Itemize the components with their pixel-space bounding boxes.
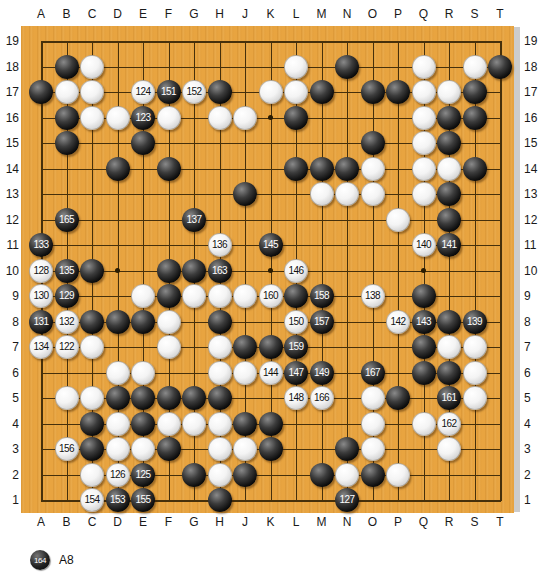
column-label: S xyxy=(465,7,485,21)
black-stone xyxy=(259,437,283,461)
column-label: D xyxy=(108,515,128,529)
column-label: S xyxy=(465,515,485,529)
black-stone: 149 xyxy=(310,361,334,385)
white-stone xyxy=(106,437,130,461)
white-stone xyxy=(157,412,181,436)
black-stone: 141 xyxy=(437,233,461,257)
white-stone xyxy=(208,284,232,308)
row-label-left: 5 xyxy=(1,391,19,405)
white-stone xyxy=(463,361,487,385)
row-label-right: 5 xyxy=(524,391,542,405)
white-stone xyxy=(412,182,436,206)
column-label: K xyxy=(261,7,281,21)
white-stone xyxy=(131,437,155,461)
white-stone xyxy=(80,463,104,487)
white-stone xyxy=(182,412,206,436)
row-label-left: 2 xyxy=(1,468,19,482)
black-stone: 137 xyxy=(182,208,206,232)
row-label-left: 17 xyxy=(1,85,19,99)
black-stone xyxy=(284,157,308,181)
white-stone xyxy=(284,80,308,104)
black-stone xyxy=(80,259,104,283)
black-stone: 151 xyxy=(157,80,181,104)
black-stone: 135 xyxy=(55,259,79,283)
row-label-left: 7 xyxy=(1,340,19,354)
white-stone xyxy=(463,55,487,79)
column-label: N xyxy=(337,515,357,529)
white-stone xyxy=(80,55,104,79)
black-stone xyxy=(131,131,155,155)
black-stone xyxy=(386,80,410,104)
column-label: J xyxy=(235,7,255,21)
column-label: O xyxy=(363,515,383,529)
black-stone xyxy=(437,310,461,334)
black-stone: 133 xyxy=(29,233,53,257)
row-label-right: 7 xyxy=(524,340,542,354)
go-game-diagram: 1241511521231651371331361451401411281351… xyxy=(0,0,550,582)
row-label-right: 12 xyxy=(524,213,542,227)
black-stone: 159 xyxy=(284,335,308,359)
column-label: Q xyxy=(414,515,434,529)
black-stone xyxy=(233,463,257,487)
column-label: P xyxy=(388,7,408,21)
white-stone: 122 xyxy=(55,335,79,359)
white-stone xyxy=(259,80,283,104)
grid-line-vertical xyxy=(398,41,399,501)
white-stone: 154 xyxy=(80,488,104,512)
black-stone xyxy=(157,386,181,410)
white-stone xyxy=(412,55,436,79)
white-stone xyxy=(386,463,410,487)
black-stone: 127 xyxy=(335,488,359,512)
white-stone xyxy=(412,412,436,436)
black-stone xyxy=(233,412,257,436)
grid-line-vertical xyxy=(500,41,502,501)
white-stone xyxy=(437,80,461,104)
white-stone: 128 xyxy=(29,259,53,283)
black-stone xyxy=(259,335,283,359)
black-stone xyxy=(412,335,436,359)
row-label-right: 15 xyxy=(524,136,542,150)
black-stone xyxy=(80,412,104,436)
column-label: B xyxy=(57,515,77,529)
black-stone xyxy=(361,463,385,487)
row-label-left: 3 xyxy=(1,442,19,456)
column-label: C xyxy=(82,7,102,21)
row-label-left: 18 xyxy=(1,60,19,74)
column-label: H xyxy=(210,515,230,529)
white-stone xyxy=(55,80,79,104)
white-stone: 134 xyxy=(29,335,53,359)
black-stone xyxy=(259,412,283,436)
white-stone xyxy=(310,182,334,206)
black-stone xyxy=(463,157,487,181)
black-stone xyxy=(437,106,461,130)
white-stone xyxy=(412,131,436,155)
caption: 164 A8 xyxy=(30,548,74,572)
black-stone xyxy=(208,80,232,104)
goban: 1241511521231651371331361451401411281351… xyxy=(21,26,514,513)
white-stone xyxy=(106,106,130,130)
column-label: A xyxy=(31,515,51,529)
white-stone xyxy=(208,463,232,487)
column-label: E xyxy=(133,515,153,529)
black-stone xyxy=(106,386,130,410)
white-stone xyxy=(208,106,232,130)
column-label: R xyxy=(439,7,459,21)
row-label-right: 18 xyxy=(524,60,542,74)
white-stone: 126 xyxy=(106,463,130,487)
row-label-right: 13 xyxy=(524,187,542,201)
black-stone xyxy=(106,310,130,334)
white-stone: 160 xyxy=(259,284,283,308)
row-label-right: 8 xyxy=(524,315,542,329)
black-stone xyxy=(233,182,257,206)
column-label: A xyxy=(31,7,51,21)
row-label-right: 9 xyxy=(524,289,542,303)
white-stone xyxy=(437,335,461,359)
black-stone: 155 xyxy=(131,488,155,512)
black-stone xyxy=(55,131,79,155)
white-stone xyxy=(208,335,232,359)
black-stone xyxy=(310,157,334,181)
white-stone xyxy=(437,157,461,181)
column-label: T xyxy=(490,515,510,529)
column-label: M xyxy=(312,7,332,21)
white-stone xyxy=(80,80,104,104)
white-stone: 142 xyxy=(386,310,410,334)
black-stone: 129 xyxy=(55,284,79,308)
caption-stone-black: 164 xyxy=(30,550,50,570)
black-stone xyxy=(80,437,104,461)
black-stone: 125 xyxy=(131,463,155,487)
black-stone: 131 xyxy=(29,310,53,334)
white-stone: 130 xyxy=(29,284,53,308)
black-stone xyxy=(182,386,206,410)
black-stone xyxy=(437,361,461,385)
white-stone xyxy=(284,55,308,79)
row-label-left: 8 xyxy=(1,315,19,329)
column-label: H xyxy=(210,7,230,21)
grid-line-vertical xyxy=(322,41,323,501)
column-label: G xyxy=(184,515,204,529)
black-stone xyxy=(488,55,512,79)
black-stone xyxy=(157,157,181,181)
white-stone: 124 xyxy=(131,80,155,104)
black-stone xyxy=(310,463,334,487)
black-stone xyxy=(284,284,308,308)
white-stone: 144 xyxy=(259,361,283,385)
white-stone: 146 xyxy=(284,259,308,283)
black-stone xyxy=(335,55,359,79)
white-stone xyxy=(233,361,257,385)
black-stone: 165 xyxy=(55,208,79,232)
white-stone xyxy=(437,437,461,461)
white-stone: 136 xyxy=(208,233,232,257)
black-stone: 147 xyxy=(284,361,308,385)
column-label: F xyxy=(159,7,179,21)
column-label: N xyxy=(337,7,357,21)
white-stone xyxy=(208,437,232,461)
column-label: L xyxy=(286,7,306,21)
white-stone xyxy=(412,157,436,181)
white-stone xyxy=(361,182,385,206)
white-stone xyxy=(157,106,181,130)
black-stone: 157 xyxy=(310,310,334,334)
grid-line-vertical xyxy=(347,41,348,501)
row-label-right: 10 xyxy=(524,264,542,278)
white-stone xyxy=(463,335,487,359)
white-stone: 132 xyxy=(55,310,79,334)
white-stone xyxy=(412,80,436,104)
white-stone: 138 xyxy=(361,284,385,308)
white-stone xyxy=(361,437,385,461)
row-label-right: 2 xyxy=(524,468,542,482)
black-stone xyxy=(361,131,385,155)
black-stone xyxy=(335,157,359,181)
caption-coordinate: A8 xyxy=(59,553,74,567)
row-label-left: 1 xyxy=(1,493,19,507)
black-stone xyxy=(437,182,461,206)
black-stone xyxy=(29,80,53,104)
white-stone xyxy=(182,284,206,308)
row-label-right: 19 xyxy=(524,34,542,48)
black-stone xyxy=(284,106,308,130)
white-stone xyxy=(55,386,79,410)
row-label-left: 4 xyxy=(1,417,19,431)
column-label: L xyxy=(286,515,306,529)
black-stone: 163 xyxy=(208,259,232,283)
black-stone xyxy=(437,208,461,232)
white-stone xyxy=(412,106,436,130)
white-stone xyxy=(233,106,257,130)
row-label-right: 6 xyxy=(524,366,542,380)
white-stone xyxy=(361,157,385,181)
white-stone: 140 xyxy=(412,233,436,257)
white-stone: 152 xyxy=(182,80,206,104)
black-stone xyxy=(157,284,181,308)
white-stone: 162 xyxy=(437,412,461,436)
black-stone: 161 xyxy=(437,386,461,410)
black-stone xyxy=(182,259,206,283)
column-label: O xyxy=(363,7,383,21)
black-stone: 167 xyxy=(361,361,385,385)
black-stone xyxy=(463,106,487,130)
row-label-left: 13 xyxy=(1,187,19,201)
column-label: P xyxy=(388,515,408,529)
black-stone xyxy=(157,437,181,461)
row-label-left: 12 xyxy=(1,213,19,227)
white-stone xyxy=(335,463,359,487)
white-stone xyxy=(233,437,257,461)
white-stone xyxy=(131,284,155,308)
star-point xyxy=(268,115,273,120)
row-label-left: 11 xyxy=(1,238,19,252)
column-label: J xyxy=(235,515,255,529)
black-stone xyxy=(361,80,385,104)
white-stone xyxy=(80,106,104,130)
row-label-right: 17 xyxy=(524,85,542,99)
black-stone xyxy=(386,386,410,410)
column-label: E xyxy=(133,7,153,21)
white-stone xyxy=(386,208,410,232)
black-stone xyxy=(131,412,155,436)
column-label: K xyxy=(261,515,281,529)
row-label-left: 14 xyxy=(1,162,19,176)
row-label-left: 16 xyxy=(1,111,19,125)
column-label: R xyxy=(439,515,459,529)
white-stone xyxy=(463,386,487,410)
black-stone: 153 xyxy=(106,488,130,512)
star-point xyxy=(268,268,273,273)
black-stone xyxy=(157,259,181,283)
column-label: Q xyxy=(414,7,434,21)
star-point xyxy=(115,268,120,273)
black-stone xyxy=(463,80,487,104)
white-stone xyxy=(106,412,130,436)
column-label: G xyxy=(184,7,204,21)
column-label: M xyxy=(312,515,332,529)
black-stone xyxy=(437,131,461,155)
row-label-right: 4 xyxy=(524,417,542,431)
white-stone: 150 xyxy=(284,310,308,334)
star-point xyxy=(421,268,426,273)
black-stone: 143 xyxy=(412,310,436,334)
black-stone xyxy=(412,284,436,308)
black-stone xyxy=(182,463,206,487)
black-stone: 139 xyxy=(463,310,487,334)
black-stone xyxy=(335,437,359,461)
row-label-left: 15 xyxy=(1,136,19,150)
black-stone xyxy=(208,488,232,512)
black-stone xyxy=(208,310,232,334)
column-label: T xyxy=(490,7,510,21)
row-label-right: 14 xyxy=(524,162,542,176)
white-stone xyxy=(80,386,104,410)
white-stone: 148 xyxy=(284,386,308,410)
white-stone xyxy=(233,284,257,308)
white-stone xyxy=(157,335,181,359)
black-stone xyxy=(310,80,334,104)
row-label-right: 16 xyxy=(524,111,542,125)
black-stone xyxy=(233,335,257,359)
white-stone xyxy=(80,335,104,359)
white-stone xyxy=(361,412,385,436)
black-stone xyxy=(55,55,79,79)
row-label-left: 6 xyxy=(1,366,19,380)
black-stone xyxy=(55,106,79,130)
black-stone xyxy=(131,310,155,334)
white-stone: 166 xyxy=(310,386,334,410)
row-label-right: 3 xyxy=(524,442,542,456)
black-stone xyxy=(131,386,155,410)
column-label: D xyxy=(108,7,128,21)
column-label: F xyxy=(159,515,179,529)
white-stone xyxy=(106,361,130,385)
white-stone: 156 xyxy=(55,437,79,461)
black-stone xyxy=(106,157,130,181)
black-stone: 145 xyxy=(259,233,283,257)
column-label: B xyxy=(57,7,77,21)
black-stone xyxy=(208,386,232,410)
row-label-right: 1 xyxy=(524,493,542,507)
row-label-right: 11 xyxy=(524,238,542,252)
row-label-left: 19 xyxy=(1,34,19,48)
white-stone xyxy=(208,361,232,385)
white-stone xyxy=(361,386,385,410)
row-label-left: 10 xyxy=(1,264,19,278)
white-stone xyxy=(335,182,359,206)
black-stone xyxy=(412,361,436,385)
white-stone xyxy=(208,412,232,436)
row-label-left: 9 xyxy=(1,289,19,303)
column-label: C xyxy=(82,515,102,529)
black-stone xyxy=(80,310,104,334)
white-stone xyxy=(157,310,181,334)
black-stone: 158 xyxy=(310,284,334,308)
black-stone: 123 xyxy=(131,106,155,130)
white-stone xyxy=(131,361,155,385)
